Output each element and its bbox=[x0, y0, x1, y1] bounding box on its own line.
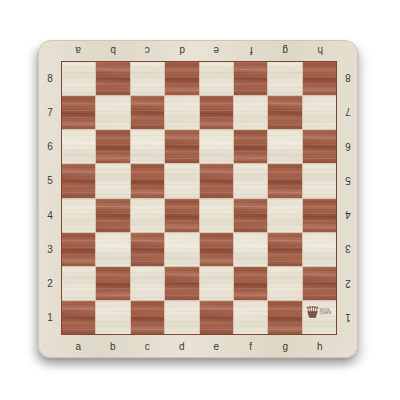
coord-top-d: d bbox=[165, 41, 200, 61]
coord-right-8: 8 bbox=[337, 61, 359, 95]
square-f3[interactable] bbox=[234, 233, 267, 266]
square-c6[interactable] bbox=[131, 130, 164, 163]
brand-logo-line2: QUEEN bbox=[320, 312, 332, 315]
square-b8[interactable] bbox=[96, 62, 129, 95]
square-a1[interactable] bbox=[62, 301, 95, 334]
square-g6[interactable] bbox=[268, 130, 301, 163]
coord-left-1: 1 bbox=[39, 301, 61, 335]
square-a4[interactable] bbox=[62, 199, 95, 232]
square-e5[interactable] bbox=[200, 164, 233, 197]
queen-crown-icon bbox=[306, 306, 319, 318]
square-c3[interactable] bbox=[131, 233, 164, 266]
square-a7[interactable] bbox=[62, 96, 95, 129]
square-a6[interactable] bbox=[62, 130, 95, 163]
coord-left-4: 4 bbox=[39, 198, 61, 232]
coord-top-f: f bbox=[234, 41, 269, 61]
square-e1[interactable] bbox=[200, 301, 233, 334]
square-h6[interactable] bbox=[303, 130, 336, 163]
square-c4[interactable] bbox=[131, 199, 164, 232]
square-e2[interactable] bbox=[200, 267, 233, 300]
coord-left-2: 2 bbox=[39, 267, 61, 301]
coord-right-4: 4 bbox=[337, 198, 359, 232]
square-e3[interactable] bbox=[200, 233, 233, 266]
square-d7[interactable] bbox=[165, 96, 198, 129]
square-d3[interactable] bbox=[165, 233, 198, 266]
coord-right-5: 5 bbox=[337, 164, 359, 198]
square-b5[interactable] bbox=[96, 164, 129, 197]
coord-left-3: 3 bbox=[39, 232, 61, 266]
square-a2[interactable] bbox=[62, 267, 95, 300]
square-d4[interactable] bbox=[165, 199, 198, 232]
square-b6[interactable] bbox=[96, 130, 129, 163]
coord-left-6: 6 bbox=[39, 130, 61, 164]
square-e8[interactable] bbox=[200, 62, 233, 95]
square-a5[interactable] bbox=[62, 164, 95, 197]
coord-top-g: g bbox=[268, 41, 303, 61]
coord-bottom-c: c bbox=[130, 335, 165, 358]
coord-left-7: 7 bbox=[39, 95, 61, 129]
square-b3[interactable] bbox=[96, 233, 129, 266]
square-d5[interactable] bbox=[165, 164, 198, 197]
board-field: WOODQUEEN bbox=[61, 61, 337, 335]
square-b4[interactable] bbox=[96, 199, 129, 232]
square-h5[interactable] bbox=[303, 164, 336, 197]
square-f4[interactable] bbox=[234, 199, 267, 232]
square-b2[interactable] bbox=[96, 267, 129, 300]
square-a8[interactable] bbox=[62, 62, 95, 95]
square-c2[interactable] bbox=[131, 267, 164, 300]
square-c1[interactable] bbox=[131, 301, 164, 334]
square-b7[interactable] bbox=[96, 96, 129, 129]
coord-right-7: 7 bbox=[337, 95, 359, 129]
coord-top-b: b bbox=[96, 41, 131, 61]
square-f5[interactable] bbox=[234, 164, 267, 197]
square-d8[interactable] bbox=[165, 62, 198, 95]
square-g5[interactable] bbox=[268, 164, 301, 197]
coord-top-a: a bbox=[61, 41, 96, 61]
chess-board: abcdefgh abcdefgh 87654321 87654321 WOOD… bbox=[38, 40, 358, 358]
square-h2[interactable] bbox=[303, 267, 336, 300]
coords-top: abcdefgh bbox=[61, 41, 337, 61]
coord-bottom-f: f bbox=[234, 335, 269, 358]
coord-bottom-d: d bbox=[165, 335, 200, 358]
square-f7[interactable] bbox=[234, 96, 267, 129]
square-e4[interactable] bbox=[200, 199, 233, 232]
square-g1[interactable] bbox=[268, 301, 301, 334]
coord-bottom-a: a bbox=[61, 335, 96, 358]
square-h7[interactable] bbox=[303, 96, 336, 129]
coord-bottom-e: e bbox=[199, 335, 234, 358]
square-g4[interactable] bbox=[268, 199, 301, 232]
brand-logo: WOODQUEEN bbox=[306, 306, 332, 318]
coord-top-h: h bbox=[303, 41, 338, 61]
coord-left-8: 8 bbox=[39, 61, 61, 95]
square-f8[interactable] bbox=[234, 62, 267, 95]
square-d1[interactable] bbox=[165, 301, 198, 334]
square-c7[interactable] bbox=[131, 96, 164, 129]
square-h1[interactable]: WOODQUEEN bbox=[303, 301, 336, 334]
coord-right-2: 2 bbox=[337, 267, 359, 301]
brand-logo-text: WOODQUEEN bbox=[320, 309, 332, 316]
square-g7[interactable] bbox=[268, 96, 301, 129]
square-a3[interactable] bbox=[62, 233, 95, 266]
square-e7[interactable] bbox=[200, 96, 233, 129]
square-f1[interactable] bbox=[234, 301, 267, 334]
coord-top-c: c bbox=[130, 41, 165, 61]
coord-top-e: e bbox=[199, 41, 234, 61]
square-f2[interactable] bbox=[234, 267, 267, 300]
square-h3[interactable] bbox=[303, 233, 336, 266]
coord-right-1: 1 bbox=[337, 301, 359, 335]
square-f6[interactable] bbox=[234, 130, 267, 163]
coord-left-5: 5 bbox=[39, 164, 61, 198]
coord-bottom-g: g bbox=[268, 335, 303, 358]
square-h4[interactable] bbox=[303, 199, 336, 232]
coords-left: 87654321 bbox=[39, 61, 61, 335]
square-h8[interactable] bbox=[303, 62, 336, 95]
square-d6[interactable] bbox=[165, 130, 198, 163]
square-g3[interactable] bbox=[268, 233, 301, 266]
square-g2[interactable] bbox=[268, 267, 301, 300]
coords-right: 87654321 bbox=[337, 61, 359, 335]
square-c5[interactable] bbox=[131, 164, 164, 197]
coord-right-3: 3 bbox=[337, 232, 359, 266]
coords-bottom: abcdefgh bbox=[61, 335, 337, 358]
coord-bottom-h: h bbox=[303, 335, 338, 358]
coord-right-6: 6 bbox=[337, 130, 359, 164]
coord-bottom-b: b bbox=[96, 335, 131, 358]
square-b1[interactable] bbox=[96, 301, 129, 334]
square-c8[interactable] bbox=[131, 62, 164, 95]
square-e6[interactable] bbox=[200, 130, 233, 163]
square-g8[interactable] bbox=[268, 62, 301, 95]
square-d2[interactable] bbox=[165, 267, 198, 300]
